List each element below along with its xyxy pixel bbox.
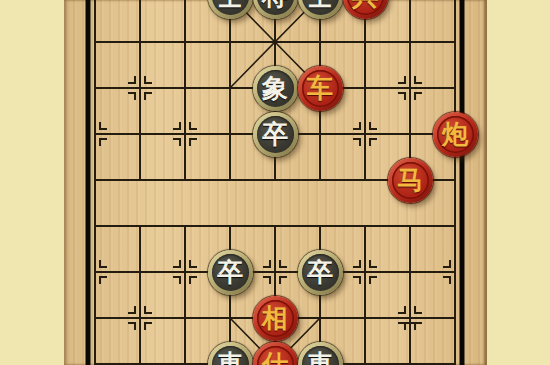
piece-black-advisor[interactable]: 士 — [208, 0, 253, 19]
piece-red-advisor[interactable]: 仕 — [253, 342, 298, 365]
piece-glyph: 炮 — [442, 121, 468, 147]
piece-glyph: 卒 — [217, 259, 243, 285]
piece-glyph: 卒 — [262, 121, 288, 147]
piece-red-elephant[interactable]: 相 — [253, 296, 298, 341]
piece-red-chariot[interactable]: 车 — [298, 66, 343, 111]
piece-glyph: 马 — [397, 167, 423, 193]
piece-black-soldier[interactable]: 卒 — [253, 112, 298, 157]
piece-black-soldier[interactable]: 卒 — [208, 250, 253, 295]
piece-glyph: 象 — [262, 75, 288, 101]
xiangqi-app: 士将士兵象车卒炮马卒卒相車仕車 — [0, 0, 550, 365]
piece-black-elephant[interactable]: 象 — [253, 66, 298, 111]
piece-glyph: 将 — [262, 0, 288, 9]
piece-glyph: 仕 — [262, 351, 288, 365]
piece-black-chariot[interactable]: 車 — [298, 342, 343, 365]
piece-glyph: 卒 — [307, 259, 333, 285]
piece-glyph: 士 — [217, 0, 243, 9]
piece-glyph: 相 — [262, 305, 288, 331]
piece-black-advisor[interactable]: 士 — [298, 0, 343, 19]
piece-glyph: 車 — [307, 351, 333, 365]
piece-glyph: 兵 — [352, 0, 378, 9]
pieces-layer: 士将士兵象车卒炮马卒卒相車仕車 — [73, 0, 478, 365]
piece-red-horse[interactable]: 马 — [388, 158, 433, 203]
piece-black-soldier[interactable]: 卒 — [298, 250, 343, 295]
piece-red-soldier[interactable]: 兵 — [343, 0, 388, 19]
piece-glyph: 車 — [217, 351, 243, 365]
piece-red-cannon[interactable]: 炮 — [433, 112, 478, 157]
piece-black-general[interactable]: 将 — [253, 0, 298, 19]
piece-glyph: 车 — [307, 75, 333, 101]
piece-glyph: 士 — [307, 0, 333, 9]
piece-black-chariot[interactable]: 車 — [208, 342, 253, 365]
